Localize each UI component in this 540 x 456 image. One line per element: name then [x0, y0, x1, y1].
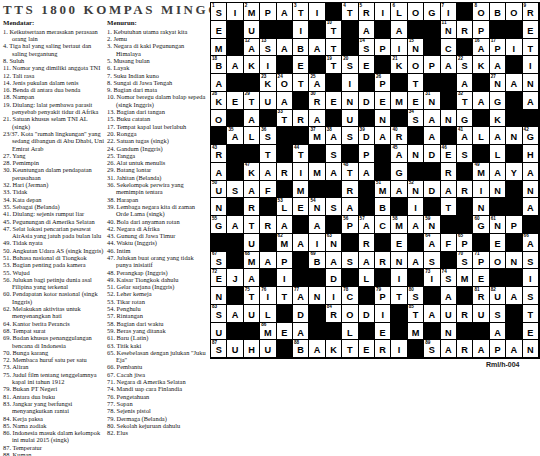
grid-cell[interactable]: I — [375, 3, 391, 21]
grid-cell[interactable]: A — [375, 127, 391, 145]
grid-cell[interactable]: 10T — [326, 21, 342, 39]
grid-cell[interactable]: E — [277, 323, 293, 341]
grid-cell[interactable]: 87S — [211, 340, 227, 358]
grid-cell[interactable]: N — [211, 198, 227, 216]
grid-cell[interactable]: R — [457, 305, 473, 323]
grid-cell[interactable]: U — [342, 110, 358, 128]
grid-cell[interactable]: S — [457, 145, 473, 163]
grid-cell[interactable]: B — [490, 3, 506, 21]
grid-cell[interactable]: 36S — [260, 127, 276, 145]
grid-cell[interactable]: E — [293, 56, 309, 74]
grid-cell[interactable]: 67S — [211, 252, 227, 270]
grid-cell[interactable]: D — [424, 145, 440, 163]
grid-cell[interactable]: A — [227, 305, 243, 323]
grid-cell[interactable]: D — [326, 269, 342, 287]
grid-cell[interactable]: R — [457, 181, 473, 199]
grid-cell[interactable]: P — [375, 39, 391, 57]
grid-cell[interactable]: 66A — [523, 234, 539, 252]
grid-cell[interactable]: K — [490, 110, 506, 128]
grid-cell[interactable]: 4T — [342, 3, 358, 21]
grid-cell[interactable]: A — [277, 3, 293, 21]
grid-cell[interactable]: 54N — [309, 198, 325, 216]
grid-cell[interactable]: 23K — [260, 74, 276, 92]
grid-cell[interactable]: R — [342, 181, 358, 199]
grid-cell[interactable]: N — [523, 181, 539, 199]
grid-cell[interactable]: 30R — [309, 92, 325, 110]
grid-cell[interactable]: N — [506, 252, 522, 270]
grid-cell[interactable]: S — [342, 127, 358, 145]
grid-cell[interactable]: A — [441, 56, 457, 74]
grid-cell[interactable]: R — [375, 252, 391, 270]
grid-cell[interactable]: T — [342, 340, 358, 358]
grid-cell[interactable]: 40R — [391, 127, 407, 145]
grid-cell[interactable]: N — [408, 145, 424, 163]
grid-cell[interactable]: 77A — [293, 287, 309, 305]
black-cell — [457, 216, 473, 234]
grid-cell[interactable]: G — [457, 110, 473, 128]
grid-cell[interactable]: A — [408, 252, 424, 270]
grid-cell[interactable]: G — [424, 3, 440, 21]
grid-cell[interactable]: N — [473, 198, 489, 216]
grid-cell[interactable]: I — [309, 234, 325, 252]
grid-cell[interactable]: A — [424, 127, 440, 145]
grid-cell[interactable]: 63N — [326, 234, 342, 252]
grid-cell[interactable]: A — [309, 216, 325, 234]
grid-cell[interactable]: 61N — [490, 216, 506, 234]
grid-cell[interactable]: T — [293, 74, 309, 92]
grid-cell[interactable]: A — [342, 198, 358, 216]
grid-cell[interactable]: U — [260, 340, 276, 358]
grid-cell[interactable]: 21K — [391, 56, 407, 74]
grid-cell[interactable]: 41A — [457, 127, 473, 145]
grid-cell[interactable]: 80S — [408, 287, 424, 305]
black-cell — [227, 39, 243, 57]
grid-cell[interactable]: 75T — [244, 287, 260, 305]
grid-cell[interactable]: A — [441, 287, 457, 305]
grid-cell[interactable]: A — [473, 340, 489, 358]
grid-cell[interactable]: A — [293, 234, 309, 252]
grid-cell[interactable]: 5R — [359, 3, 375, 21]
grid-cell[interactable]: A — [490, 163, 506, 181]
grid-cell[interactable]: 29T — [244, 92, 260, 110]
grid-cell[interactable]: A — [227, 56, 243, 74]
grid-cell[interactable]: E — [211, 21, 227, 39]
grid-cell[interactable]: 42G — [523, 127, 539, 145]
grid-cell[interactable]: 79P — [375, 287, 391, 305]
grid-cell[interactable]: C — [441, 39, 457, 57]
grid-cell[interactable]: S — [342, 252, 358, 270]
grid-cell[interactable]: 34S — [408, 110, 424, 128]
grid-cell[interactable]: 47K — [244, 163, 260, 181]
grid-cell[interactable]: O — [408, 3, 424, 21]
grid-cell[interactable]: S — [490, 305, 506, 323]
grid-cell[interactable]: P — [359, 145, 375, 163]
grid-cell[interactable]: 65P — [457, 234, 473, 252]
grid-cell[interactable]: A — [424, 110, 440, 128]
cell-letter: M — [309, 127, 324, 144]
grid-cell[interactable]: N — [490, 181, 506, 199]
grid-cell[interactable]: 9R — [523, 3, 539, 21]
grid-cell[interactable]: I — [391, 340, 407, 358]
grid-cell[interactable]: A — [359, 21, 375, 39]
grid-cell[interactable]: N — [211, 287, 227, 305]
grid-cell[interactable]: I — [260, 56, 276, 74]
grid-cell[interactable]: I — [227, 3, 243, 21]
clue-number: 49. — [107, 276, 117, 283]
grid-cell[interactable]: A — [490, 127, 506, 145]
grid-cell[interactable]: D — [424, 181, 440, 199]
grid-cell[interactable]: O — [408, 56, 424, 74]
grid-cell[interactable]: 13S — [260, 39, 276, 57]
grid-cell[interactable]: T — [244, 216, 260, 234]
grid-cell[interactable]: H — [523, 145, 539, 163]
grid-cell[interactable]: I — [391, 39, 407, 57]
grid-cell[interactable]: L — [359, 269, 375, 287]
grid-cell[interactable]: 70S — [457, 252, 473, 270]
grid-cell[interactable]: I — [408, 198, 424, 216]
grid-cell[interactable]: E — [473, 269, 489, 287]
grid-cell[interactable]: 84R — [326, 305, 342, 323]
grid-cell[interactable]: A — [441, 340, 457, 358]
grid-cell[interactable]: R — [457, 340, 473, 358]
grid-cell[interactable]: 57A — [359, 216, 375, 234]
grid-cell[interactable]: R — [457, 21, 473, 39]
grid-cell[interactable]: 83S — [211, 305, 227, 323]
grid-cell[interactable]: 59N — [424, 216, 440, 234]
grid-cell[interactable]: R — [277, 163, 293, 181]
grid-cell[interactable]: U — [244, 305, 260, 323]
grid-cell[interactable]: K — [244, 56, 260, 74]
grid-cell[interactable]: M — [293, 181, 309, 199]
clue-number: 57. — [107, 312, 117, 319]
grid-cell[interactable]: 53L — [277, 198, 293, 216]
grid-cell[interactable]: E — [375, 323, 391, 341]
grid-cell[interactable]: A — [277, 39, 293, 57]
grid-cell[interactable]: 51M — [375, 181, 391, 199]
grid-cell[interactable]: E — [408, 92, 424, 110]
grid-cell[interactable]: 31N — [424, 92, 440, 110]
grid-cell[interactable]: U — [441, 305, 457, 323]
grid-cell[interactable]: N — [523, 340, 539, 358]
grid-cell[interactable]: T — [523, 39, 539, 57]
grid-cell[interactable]: A — [260, 163, 276, 181]
grid-cell[interactable]: E — [523, 21, 539, 39]
grid-cell[interactable]: T — [326, 39, 342, 57]
grid-cell[interactable]: T — [408, 74, 424, 92]
grid-cell[interactable]: 37M — [309, 127, 325, 145]
grid-cell[interactable]: R — [244, 198, 260, 216]
grid-cell[interactable]: A — [309, 39, 325, 57]
grid-cell[interactable]: E — [490, 234, 506, 252]
grid-cell[interactable]: M — [391, 92, 407, 110]
grid-cell[interactable]: A — [326, 252, 342, 270]
grid-cell[interactable]: O — [506, 3, 522, 21]
grid-cell[interactable]: P — [424, 56, 440, 74]
cell-letter: I — [391, 39, 406, 56]
grid-cell[interactable]: A — [227, 216, 243, 234]
grid-cell[interactable]: I — [293, 21, 309, 39]
grid-cell[interactable]: U — [227, 340, 243, 358]
grid-cell[interactable]: T — [523, 305, 539, 323]
grid-cell[interactable]: 55G — [211, 216, 227, 234]
grid-cell[interactable]: F — [260, 181, 276, 199]
grid-cell[interactable]: A — [260, 252, 276, 270]
grid-cell[interactable]: I — [523, 269, 539, 287]
grid-cell[interactable]: 72E — [211, 269, 227, 287]
grid-cell[interactable]: A — [523, 163, 539, 181]
grid-cell[interactable]: 58M — [391, 216, 407, 234]
grid-cell[interactable]: N — [375, 110, 391, 128]
grid-cell[interactable]: 16A — [473, 39, 489, 57]
grid-cell[interactable]: N — [391, 252, 407, 270]
grid-cell[interactable]: E — [391, 234, 407, 252]
grid-cell[interactable]: 22S — [457, 56, 473, 74]
grid-cell[interactable]: N — [523, 74, 539, 92]
grid-cell[interactable]: L — [490, 145, 506, 163]
grid-cell[interactable]: 38A — [326, 127, 342, 145]
grid-cell[interactable]: B — [293, 39, 309, 57]
grid-cell[interactable]: 71P — [473, 252, 489, 270]
grid-cell[interactable]: N — [441, 323, 457, 341]
grid-cell[interactable]: S — [424, 252, 440, 270]
grid-cell[interactable]: M — [408, 323, 424, 341]
grid-cell[interactable]: 52N — [408, 181, 424, 199]
grid-cell[interactable]: 27N — [490, 74, 506, 92]
grid-cell[interactable]: 26P — [375, 74, 391, 92]
grid-cell[interactable]: Y — [506, 163, 522, 181]
clue-item: 28. Pemimpin — [3, 159, 104, 166]
grid-cell[interactable]: 32T — [457, 92, 473, 110]
grid-cell[interactable]: O — [342, 305, 358, 323]
grid-cell[interactable]: R — [293, 110, 309, 128]
grid-cell[interactable]: L — [342, 323, 358, 341]
grid-cell[interactable]: 78C — [342, 287, 358, 305]
grid-cell[interactable]: I — [342, 74, 358, 92]
grid-cell[interactable]: 24O — [277, 74, 293, 92]
grid-cell[interactable]: 50U — [211, 181, 227, 199]
grid-cell[interactable]: 8O — [473, 3, 489, 21]
grid-cell[interactable]: 68M — [244, 252, 260, 270]
grid-cell[interactable]: 85T — [408, 305, 424, 323]
grid-cell[interactable]: 69B — [309, 252, 325, 270]
grid-cell[interactable]: L — [260, 305, 276, 323]
grid-cell[interactable]: A — [506, 287, 522, 305]
signature: Rml/h-004 — [486, 361, 519, 368]
grid-cell[interactable]: 43R — [211, 145, 227, 163]
grid-cell[interactable]: 86M — [260, 323, 276, 341]
grid-cell[interactable]: A — [277, 92, 293, 110]
grid-cell[interactable]: 49M — [473, 163, 489, 181]
grid-cell[interactable]: A — [473, 92, 489, 110]
grid-cell[interactable]: I — [506, 39, 522, 57]
grid-cell[interactable]: 1S — [211, 3, 227, 21]
cell-letter: S — [408, 287, 423, 304]
grid-cell[interactable]: A — [424, 305, 440, 323]
grid-cell[interactable]: G — [490, 92, 506, 110]
grid-cell[interactable]: 62M — [277, 234, 293, 252]
grid-cell[interactable]: O — [211, 110, 227, 128]
grid-cell[interactable]: R — [441, 163, 457, 181]
grid-cell[interactable]: 88B — [293, 340, 309, 358]
grid-cell[interactable]: H — [244, 340, 260, 358]
grid-cell[interactable]: N — [309, 287, 325, 305]
grid-cell[interactable]: 60G — [473, 216, 489, 234]
grid-cell[interactable]: A — [244, 110, 260, 128]
grid-cell[interactable]: 35A — [227, 127, 243, 145]
grid-cell[interactable]: D — [359, 92, 375, 110]
grid-cell[interactable]: L — [244, 127, 260, 145]
grid-cell[interactable]: R — [260, 216, 276, 234]
grid-cell[interactable]: N — [342, 92, 358, 110]
grid-cell[interactable]: L — [473, 127, 489, 145]
grid-cell[interactable]: 14S — [359, 39, 375, 57]
grid-cell[interactable]: 18B — [211, 56, 227, 74]
grid-cell[interactable]: 89S — [424, 340, 440, 358]
grid-cell[interactable]: E — [523, 323, 539, 341]
grid-cell[interactable]: I — [277, 269, 293, 287]
grid-cell[interactable]: A — [359, 252, 375, 270]
grid-cell[interactable]: S — [523, 252, 539, 270]
grid-cell[interactable]: N — [441, 110, 457, 128]
clue-text: Jenis pukulan dalam tenis — [13, 79, 79, 86]
grid-cell[interactable]: S — [326, 198, 342, 216]
grid-cell[interactable]: A — [244, 181, 260, 199]
grid-cell[interactable]: 45A — [391, 145, 407, 163]
grid-cell[interactable]: E — [359, 56, 375, 74]
grid-cell[interactable]: 64A — [424, 234, 440, 252]
grid-cell[interactable]: 74S — [441, 269, 457, 287]
grid-cell[interactable]: U — [244, 234, 260, 252]
grid-cell[interactable]: A — [408, 216, 424, 234]
clue-item: 36. Sekelompok perwira yang memimpin ten… — [107, 181, 209, 196]
grid-cell[interactable]: P — [506, 216, 522, 234]
cell-letter: A — [260, 252, 275, 269]
grid-cell[interactable]: U — [211, 323, 227, 341]
grid-cell[interactable]: A — [326, 163, 342, 181]
grid-cell[interactable]: A — [309, 110, 325, 128]
grid-cell[interactable]: M — [457, 269, 473, 287]
grid-cell[interactable]: 56P — [342, 216, 358, 234]
grid-cell[interactable]: A — [506, 340, 522, 358]
grid-cell[interactable]: D — [293, 305, 309, 323]
grid-cell[interactable]: P — [490, 340, 506, 358]
grid-cell[interactable]: A — [309, 340, 325, 358]
grid-cell[interactable]: J — [227, 269, 243, 287]
grid-cell[interactable]: E — [227, 92, 243, 110]
grid-cell[interactable]: 15N — [408, 39, 424, 57]
grid-cell[interactable]: 17P — [490, 39, 506, 57]
grid-cell[interactable]: R — [375, 340, 391, 358]
grid-cell[interactable]: 11N — [441, 21, 457, 39]
grid-cell[interactable]: T — [441, 198, 457, 216]
grid-cell[interactable]: I — [473, 181, 489, 199]
grid-cell[interactable]: A — [391, 21, 407, 39]
grid-cell[interactable]: T — [260, 145, 276, 163]
grid-cell[interactable]: I — [375, 305, 391, 323]
grid-cell[interactable]: E — [293, 198, 309, 216]
grid-cell[interactable]: 73I — [424, 269, 440, 287]
grid-cell[interactable]: A — [211, 74, 227, 92]
grid-cell[interactable]: 3T — [293, 3, 309, 21]
grid-cell[interactable]: B — [375, 198, 391, 216]
grid-cell[interactable]: U — [260, 92, 276, 110]
grid-cell[interactable]: F — [441, 234, 457, 252]
grid-cell[interactable]: A — [523, 198, 539, 216]
grid-cell[interactable]: P — [473, 21, 489, 39]
grid-cell[interactable]: A — [293, 323, 309, 341]
grid-cell[interactable]: T — [391, 287, 407, 305]
grid-cell[interactable]: K — [473, 56, 489, 74]
grid-cell[interactable]: 48T — [342, 163, 358, 181]
grid-cell[interactable]: 25A — [309, 74, 325, 92]
grid-cell[interactable]: M — [211, 39, 227, 57]
grid-cell[interactable]: S — [326, 145, 342, 163]
grid-cell[interactable]: C — [375, 216, 391, 234]
clue-text: Gelar sarjana (Inggris) — [117, 283, 175, 290]
grid-cell[interactable]: E — [359, 340, 375, 358]
grid-cell[interactable]: P — [260, 3, 276, 21]
grid-cell[interactable]: U — [244, 21, 260, 39]
grid-cell[interactable]: E — [326, 92, 342, 110]
grid-cell[interactable]: A — [490, 56, 506, 74]
grid-cell[interactable]: A — [359, 163, 375, 181]
grid-cell[interactable]: U — [473, 305, 489, 323]
grid-cell[interactable]: 33T — [277, 110, 293, 128]
grid-cell[interactable]: R — [359, 234, 375, 252]
grid-cell[interactable]: A — [457, 74, 473, 92]
grid-cell[interactable]: 81R — [473, 287, 489, 305]
grid-cell[interactable]: I — [523, 56, 539, 74]
grid-cell[interactable]: 12A — [244, 39, 260, 57]
cell-letter: I — [408, 198, 423, 215]
grid-cell[interactable]: 7I — [441, 3, 457, 21]
grid-cell[interactable]: A — [211, 163, 227, 181]
grid-cell[interactable]: S — [227, 181, 243, 199]
grid-cell[interactable]: I — [293, 163, 309, 181]
grid-cell[interactable]: 6L — [391, 3, 407, 21]
grid-cell[interactable]: I — [391, 269, 407, 287]
grid-cell[interactable]: D — [359, 305, 375, 323]
grid-cell[interactable]: M — [309, 163, 325, 181]
grid-cell[interactable]: O — [490, 252, 506, 270]
grid-cell[interactable]: 20S — [342, 56, 358, 74]
grid-cell[interactable]: T — [277, 287, 293, 305]
grid-cell[interactable]: A — [277, 216, 293, 234]
grid-cell[interactable]: P — [277, 252, 293, 270]
grid-cell[interactable]: K — [326, 340, 342, 358]
grid-cell[interactable]: 76I — [260, 287, 276, 305]
grid-cell[interactable]: I — [326, 287, 342, 305]
grid-cell[interactable]: 19T — [326, 56, 342, 74]
grid-cell[interactable]: A — [523, 92, 539, 110]
grid-cell[interactable]: 82U — [490, 287, 506, 305]
grid-cell[interactable]: G — [391, 163, 407, 181]
grid-cell[interactable]: 46E — [441, 145, 457, 163]
grid-cell[interactable]: I — [309, 3, 325, 21]
grid-cell[interactable]: 44T — [293, 145, 309, 163]
grid-cell[interactable]: 28K — [211, 92, 227, 110]
grid-cell[interactable]: A — [391, 181, 407, 199]
grid-cell[interactable]: A — [506, 74, 522, 92]
grid-cell[interactable]: 2M — [244, 3, 260, 21]
grid-cell[interactable]: S — [523, 287, 539, 305]
grid-cell[interactable]: E — [375, 92, 391, 110]
grid-cell[interactable]: 39D — [359, 127, 375, 145]
grid-cell[interactable]: A — [441, 181, 457, 199]
grid-cell[interactable]: A — [490, 323, 506, 341]
grid-cell[interactable]: N — [506, 127, 522, 145]
grid-cell[interactable]: A — [244, 269, 260, 287]
